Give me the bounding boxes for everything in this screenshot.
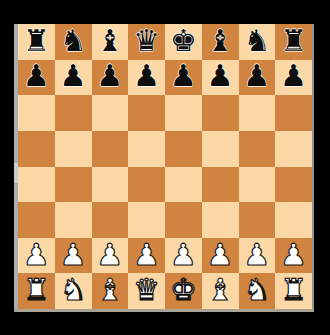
- white-pawn[interactable]: ♟: [96, 240, 123, 270]
- white-pawn[interactable]: ♟: [170, 240, 197, 270]
- black-knight[interactable]: ♞: [243, 26, 270, 56]
- square-g7[interactable]: ♟: [239, 60, 276, 96]
- square-e8[interactable]: ♚: [165, 24, 202, 60]
- black-pawn[interactable]: ♟: [243, 61, 270, 91]
- square-a4[interactable]: [18, 167, 55, 203]
- square-a6[interactable]: [18, 95, 55, 131]
- white-pawn[interactable]: ♟: [280, 240, 307, 270]
- square-c1[interactable]: ♝: [92, 273, 129, 309]
- square-g2[interactable]: ♟: [239, 238, 276, 274]
- square-h6[interactable]: [275, 95, 312, 131]
- square-c7[interactable]: ♟: [92, 60, 129, 96]
- white-pawn[interactable]: ♟: [243, 240, 270, 270]
- black-bishop[interactable]: ♝: [207, 26, 234, 56]
- square-b6[interactable]: [55, 95, 92, 131]
- white-king[interactable]: ♚: [170, 275, 197, 305]
- square-f5[interactable]: [202, 131, 239, 167]
- window-background: ♜♞♝♛♚♝♞♜♟♟♟♟♟♟♟♟♟♟♟♟♟♟♟♟♜♞♝♛♚♝♞♜: [0, 0, 330, 335]
- square-h2[interactable]: ♟: [275, 238, 312, 274]
- white-pawn[interactable]: ♟: [60, 240, 87, 270]
- black-bishop[interactable]: ♝: [96, 26, 123, 56]
- square-c8[interactable]: ♝: [92, 24, 129, 60]
- square-c4[interactable]: [92, 167, 129, 203]
- square-e3[interactable]: [165, 202, 202, 238]
- square-d8[interactable]: ♛: [128, 24, 165, 60]
- square-a8[interactable]: ♜: [18, 24, 55, 60]
- square-c2[interactable]: ♟: [92, 238, 129, 274]
- black-pawn[interactable]: ♟: [280, 61, 307, 91]
- square-e4[interactable]: [165, 167, 202, 203]
- square-g8[interactable]: ♞: [239, 24, 276, 60]
- square-f8[interactable]: ♝: [202, 24, 239, 60]
- square-c6[interactable]: [92, 95, 129, 131]
- square-g4[interactable]: [239, 167, 276, 203]
- square-b4[interactable]: [55, 167, 92, 203]
- square-h1[interactable]: ♜: [275, 273, 312, 309]
- square-h4[interactable]: [275, 167, 312, 203]
- square-b1[interactable]: ♞: [55, 273, 92, 309]
- square-a1[interactable]: ♜: [18, 273, 55, 309]
- square-d1[interactable]: ♛: [128, 273, 165, 309]
- square-a5[interactable]: [18, 131, 55, 167]
- board-bottom-edge: [14, 309, 314, 312]
- square-g1[interactable]: ♞: [239, 273, 276, 309]
- square-c5[interactable]: [92, 131, 129, 167]
- square-e7[interactable]: ♟: [165, 60, 202, 96]
- square-g5[interactable]: [239, 131, 276, 167]
- white-pawn[interactable]: ♟: [133, 240, 160, 270]
- white-bishop[interactable]: ♝: [207, 275, 234, 305]
- board-right-edge: [312, 24, 314, 312]
- square-h7[interactable]: ♟: [275, 60, 312, 96]
- square-b5[interactable]: [55, 131, 92, 167]
- square-b2[interactable]: ♟: [55, 238, 92, 274]
- black-pawn[interactable]: ♟: [133, 61, 160, 91]
- square-e6[interactable]: [165, 95, 202, 131]
- square-h8[interactable]: ♜: [275, 24, 312, 60]
- white-queen[interactable]: ♛: [133, 275, 160, 305]
- square-a7[interactable]: ♟: [18, 60, 55, 96]
- square-e1[interactable]: ♚: [165, 273, 202, 309]
- square-h5[interactable]: [275, 131, 312, 167]
- black-pawn[interactable]: ♟: [23, 61, 50, 91]
- square-g6[interactable]: [239, 95, 276, 131]
- square-f7[interactable]: ♟: [202, 60, 239, 96]
- white-knight[interactable]: ♞: [243, 275, 270, 305]
- square-f1[interactable]: ♝: [202, 273, 239, 309]
- black-pawn[interactable]: ♟: [170, 61, 197, 91]
- square-f6[interactable]: [202, 95, 239, 131]
- black-pawn[interactable]: ♟: [207, 61, 234, 91]
- square-e2[interactable]: ♟: [165, 238, 202, 274]
- square-f4[interactable]: [202, 167, 239, 203]
- square-g3[interactable]: [239, 202, 276, 238]
- black-pawn[interactable]: ♟: [96, 61, 123, 91]
- square-d4[interactable]: [128, 167, 165, 203]
- square-a2[interactable]: ♟: [18, 238, 55, 274]
- square-d2[interactable]: ♟: [128, 238, 165, 274]
- square-d3[interactable]: [128, 202, 165, 238]
- square-f3[interactable]: [202, 202, 239, 238]
- square-d5[interactable]: [128, 131, 165, 167]
- square-f2[interactable]: ♟: [202, 238, 239, 274]
- black-knight[interactable]: ♞: [60, 26, 87, 56]
- square-d7[interactable]: ♟: [128, 60, 165, 96]
- white-rook[interactable]: ♜: [23, 275, 50, 305]
- square-b7[interactable]: ♟: [55, 60, 92, 96]
- black-pawn[interactable]: ♟: [60, 61, 87, 91]
- white-pawn[interactable]: ♟: [207, 240, 234, 270]
- black-king[interactable]: ♚: [170, 26, 197, 56]
- square-b8[interactable]: ♞: [55, 24, 92, 60]
- black-rook[interactable]: ♜: [280, 26, 307, 56]
- white-rook[interactable]: ♜: [280, 275, 307, 305]
- black-rook[interactable]: ♜: [23, 26, 50, 56]
- square-a3[interactable]: [18, 202, 55, 238]
- black-queen[interactable]: ♛: [133, 26, 160, 56]
- white-bishop[interactable]: ♝: [96, 275, 123, 305]
- square-b3[interactable]: [55, 202, 92, 238]
- square-h3[interactable]: [275, 202, 312, 238]
- white-knight[interactable]: ♞: [60, 275, 87, 305]
- square-e5[interactable]: [165, 131, 202, 167]
- chess-board[interactable]: ♜♞♝♛♚♝♞♜♟♟♟♟♟♟♟♟♟♟♟♟♟♟♟♟♜♞♝♛♚♝♞♜: [18, 24, 312, 309]
- white-pawn[interactable]: ♟: [23, 240, 50, 270]
- square-d6[interactable]: [128, 95, 165, 131]
- square-c3[interactable]: [92, 202, 129, 238]
